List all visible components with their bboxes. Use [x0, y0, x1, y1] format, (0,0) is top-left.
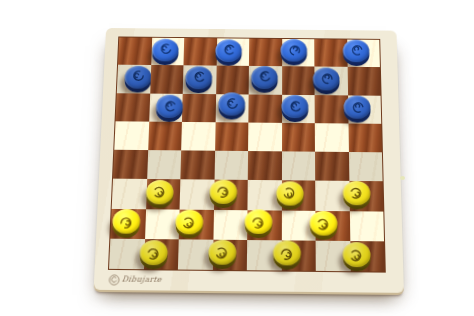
piece-top [282, 95, 309, 118]
yellow-piece[interactable] [343, 242, 371, 271]
yellow-piece[interactable] [210, 179, 238, 208]
piece-top [277, 181, 304, 206]
crescent-swirl-icon [345, 95, 370, 119]
square-r6c6[interactable] [281, 180, 315, 210]
crescent-swirl-icon [149, 182, 171, 202]
crescent-swirl-icon [218, 40, 240, 60]
square-r1c5[interactable] [249, 39, 282, 67]
crescent-swirl-icon [210, 240, 235, 264]
crescent-swirl-icon [155, 40, 176, 59]
square-r2c4[interactable] [216, 66, 249, 94]
piece-top [343, 39, 370, 62]
crescent-swirl-icon [284, 40, 304, 60]
square-r7c3[interactable] [179, 209, 214, 239]
blue-piece[interactable] [124, 66, 152, 93]
piece-top [218, 92, 245, 115]
square-r6c8[interactable] [349, 181, 383, 211]
square-r2c5[interactable] [249, 66, 282, 94]
crescent-swirl-icon [255, 69, 274, 85]
square-r6c1[interactable] [112, 179, 147, 209]
square-r3c2[interactable] [149, 93, 183, 122]
blue-piece[interactable] [156, 95, 183, 122]
square-r4c3[interactable] [181, 122, 215, 151]
piece-top [281, 39, 307, 62]
crescent-swirl-icon [158, 96, 182, 118]
yellow-piece[interactable] [112, 209, 141, 238]
crescent-swirl-icon [347, 184, 366, 201]
yellow-piece[interactable] [273, 241, 301, 270]
crescent-swirl-icon [314, 67, 338, 91]
piece-top [343, 242, 371, 267]
crescent-swirl-icon [114, 209, 139, 234]
square-r8c4[interactable] [212, 239, 247, 270]
yellow-piece[interactable] [277, 181, 304, 210]
yellow-piece[interactable] [310, 211, 338, 240]
square-r6c2[interactable] [146, 179, 181, 209]
crescent-swirl-icon [344, 39, 369, 62]
crescent-swirl-icon [144, 243, 164, 262]
square-r7c1[interactable] [110, 208, 145, 238]
blue-piece[interactable] [251, 66, 278, 93]
piece-top [216, 39, 243, 62]
board-photo-scene: Dibujarte [0, 0, 474, 316]
square-r2c7[interactable] [314, 67, 347, 95]
piece-top [310, 211, 338, 236]
square-r4c7[interactable] [315, 123, 349, 152]
square-r8c2[interactable] [143, 239, 178, 270]
square-r3c3[interactable] [182, 93, 216, 122]
square-r3c4[interactable] [215, 94, 248, 123]
blue-piece[interactable] [344, 96, 371, 123]
square-r7c5[interactable] [247, 210, 281, 240]
maker-signature: Dibujarte [108, 273, 162, 286]
square-r5c2[interactable] [147, 150, 181, 179]
maker-signature-text: Dibujarte [121, 276, 162, 284]
square-r1c8[interactable] [347, 40, 380, 68]
square-r3c1[interactable] [116, 93, 150, 122]
square-r2c1[interactable] [117, 65, 151, 93]
square-r8c6[interactable] [281, 240, 315, 271]
square-r7c7[interactable] [315, 210, 349, 240]
square-r7c4[interactable] [213, 209, 248, 239]
square-r1c1[interactable] [118, 37, 152, 65]
crescent-swirl-icon [177, 211, 201, 234]
yellow-piece[interactable] [209, 240, 237, 269]
yellow-piece[interactable] [244, 209, 272, 238]
piece-top [251, 66, 278, 89]
piece-top [273, 241, 301, 266]
piece-top [244, 209, 272, 234]
blue-piece[interactable] [313, 67, 340, 94]
square-r5c4[interactable] [214, 151, 248, 180]
piece-top [344, 96, 371, 119]
blue-piece[interactable] [152, 38, 179, 65]
square-r1c6[interactable] [282, 39, 315, 67]
square-r2c3[interactable] [183, 66, 216, 94]
square-r4c8[interactable] [348, 123, 382, 152]
square-r5c1[interactable] [113, 150, 148, 179]
square-r5c6[interactable] [281, 151, 315, 180]
square-r4c2[interactable] [148, 121, 182, 150]
yellow-piece[interactable] [343, 181, 371, 210]
square-r3c6[interactable] [282, 94, 315, 123]
blue-piece[interactable] [282, 95, 309, 122]
square-r4c1[interactable] [114, 121, 148, 150]
square-r3c5[interactable] [248, 94, 281, 123]
square-r3c8[interactable] [348, 95, 382, 124]
crescent-swirl-icon [313, 214, 334, 233]
square-r1c4[interactable] [216, 38, 249, 66]
square-r6c4[interactable] [214, 180, 248, 210]
square-r5c8[interactable] [348, 152, 382, 181]
piece-top [343, 181, 371, 206]
square-r5c3[interactable] [180, 150, 214, 179]
square-r4c5[interactable] [248, 122, 282, 151]
blue-piece[interactable] [343, 39, 370, 66]
piece-top [209, 240, 237, 265]
crescent-swirl-icon [275, 242, 299, 265]
square-r2c2[interactable] [150, 65, 184, 93]
maker-logo-icon [108, 274, 120, 286]
blue-piece[interactable] [215, 39, 242, 66]
square-r1c2[interactable] [151, 38, 184, 66]
board-grid [108, 36, 386, 272]
yellow-piece[interactable] [140, 240, 169, 269]
square-r7c8[interactable] [349, 211, 384, 241]
debris-speck [400, 176, 405, 180]
square-r8c8[interactable] [350, 241, 385, 272]
square-r4c4[interactable] [215, 122, 249, 151]
square-r1c3[interactable] [183, 38, 216, 66]
crescent-swirl-icon [345, 244, 368, 266]
square-r2c6[interactable] [282, 66, 315, 94]
piece-top [210, 179, 238, 203]
blue-piece[interactable] [185, 66, 212, 93]
crescent-swirl-icon [285, 98, 305, 116]
piece-top [313, 67, 340, 90]
blue-piece[interactable] [218, 92, 245, 119]
crescent-swirl-icon [212, 180, 236, 203]
blue-piece[interactable] [281, 39, 307, 66]
square-r5c5[interactable] [248, 151, 282, 180]
square-r4c6[interactable] [282, 123, 315, 152]
crescent-swirl-icon [126, 66, 150, 88]
crescent-swirl-icon [247, 212, 269, 232]
crescent-swirl-icon [278, 181, 303, 206]
crescent-swirl-icon [188, 68, 210, 87]
crescent-swirl-icon [221, 94, 243, 114]
yellow-piece[interactable] [175, 210, 203, 239]
yellow-piece[interactable] [146, 180, 174, 209]
checkers-board: Dibujarte [94, 28, 404, 293]
square-r2c8[interactable] [347, 67, 380, 95]
square-r5c7[interactable] [315, 152, 349, 181]
